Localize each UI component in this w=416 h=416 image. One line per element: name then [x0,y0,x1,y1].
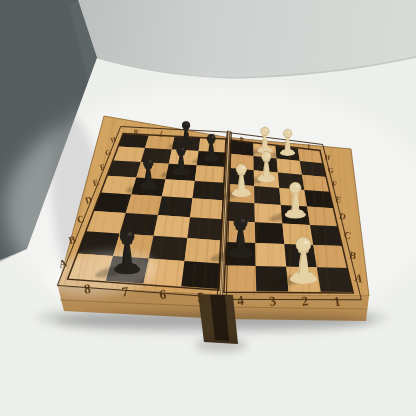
coordinate-label-far-8: 8 [133,128,138,137]
coordinate-label-far-7: 7 [159,129,164,138]
coordinate-label-far-4: 4 [240,135,245,144]
coordinate-label-far-1: 1 [306,143,311,152]
hinge-shadow [195,338,247,352]
chessboard-photo: 8765432187654321HHGGFFEEDDCCBBAA [0,0,416,416]
square-B3[interactable] [255,243,286,267]
board-scene: 8765432187654321HHGGFFEEDDCCBBAA [0,0,416,416]
